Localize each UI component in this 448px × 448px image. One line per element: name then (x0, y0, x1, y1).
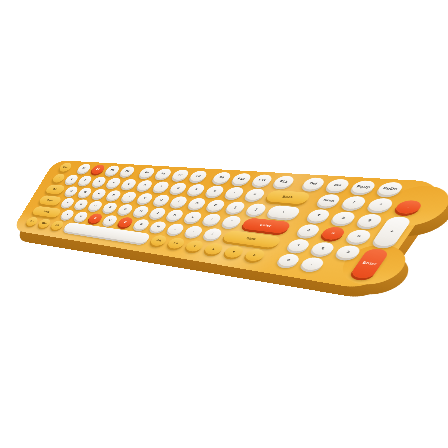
key-legend: [ (234, 206, 237, 209)
key-p: P (205, 199, 227, 211)
key-legend: PgUp (355, 185, 370, 189)
key-legend: Back (281, 195, 293, 199)
key-np-2: 2 (309, 241, 337, 256)
key-legend: S (80, 203, 83, 205)
key-legend: ▴ (212, 247, 216, 250)
key-legend: I (178, 200, 181, 203)
key-legend: F5 (144, 171, 149, 174)
key-1: 1 (64, 174, 80, 184)
key-legend: ] (255, 208, 258, 211)
key-legend: 7 (316, 214, 321, 217)
key-np-7: 7 (305, 209, 332, 223)
key-2: 2 (77, 175, 94, 185)
key-equals: = (243, 188, 267, 200)
key-legend: T (127, 195, 130, 198)
key-6: 6 (135, 180, 154, 191)
key-legend: / (211, 233, 214, 236)
key-alt-right: Alt (149, 234, 169, 246)
key-legend: 9 (194, 188, 198, 191)
key-legend: Num (322, 199, 335, 203)
key-w: W (77, 187, 94, 197)
key-q: Q (63, 186, 79, 196)
key-minus: - (223, 187, 246, 199)
key-legend: P (214, 204, 218, 207)
key-legend: F10 (237, 177, 245, 180)
key-legend: J (156, 212, 159, 215)
key-f12: F12 (271, 175, 296, 188)
key-legend: F (108, 206, 111, 209)
key-g: G (116, 204, 134, 215)
key-legend: 8 (341, 216, 346, 219)
key-legend: 3 (346, 250, 351, 253)
key-5: 5 (120, 179, 138, 190)
key-f1: F1 (76, 164, 92, 174)
key-legend: 5 (127, 183, 130, 185)
key-legend: B (124, 221, 128, 224)
key-legend: Del (309, 182, 318, 185)
key-legend: * (378, 203, 382, 206)
key-n: N (132, 219, 151, 231)
key-np-6: 6 (344, 229, 374, 244)
key-semicolon: ; (201, 213, 223, 225)
key-f3: F3 (104, 165, 122, 175)
key-quote: ' (220, 215, 243, 228)
key-legend: - (406, 205, 410, 208)
key-legend: L (191, 216, 195, 219)
key-legend: F6 (161, 172, 166, 175)
key-legend: ▸ (253, 253, 257, 256)
key-shift: Shift (31, 206, 62, 218)
key-legend: 7 (159, 185, 162, 188)
key-legend: 0 (286, 258, 290, 261)
key-legend: 4 (306, 229, 311, 232)
key-arrow-down: ▾ (222, 245, 246, 259)
key-legend: F1 (82, 167, 86, 169)
key-legend: PgDn (382, 187, 398, 191)
key-f10: F10 (230, 173, 253, 185)
key-legend: Tab (52, 188, 58, 191)
key-legend: Q (70, 190, 73, 192)
key-y: Y (135, 193, 154, 204)
key-legend: 0 (213, 190, 217, 193)
key-legend: A (66, 201, 69, 203)
key-legend: , (174, 228, 177, 231)
key-u: U (152, 194, 172, 205)
key-legend: N (140, 223, 144, 226)
key-legend: U (160, 199, 164, 202)
key-legend: 6 (356, 235, 361, 238)
key-legend: \ (282, 211, 285, 214)
key-f: F (101, 202, 119, 213)
key-legend: H (139, 210, 143, 213)
key-grave: ` (51, 173, 67, 183)
key-legend: Caps (46, 199, 53, 202)
key-legend: 9 (367, 219, 372, 222)
key-legend: F9 (219, 176, 225, 179)
key-legend: . (192, 230, 195, 233)
key-np-dot: . (299, 256, 327, 271)
key-8: 8 (168, 182, 188, 193)
key-legend: 1 (296, 244, 300, 247)
key-a: A (60, 197, 76, 207)
key-np-slash: / (340, 196, 369, 210)
key-legend: Alt (55, 224, 60, 227)
key-f4: F4 (118, 166, 136, 176)
key-legend: Ins (333, 184, 342, 187)
key-legend: 2 (84, 179, 87, 181)
key-shift-right: Shift (221, 230, 283, 248)
key-f9: F9 (211, 172, 233, 184)
key-np-9: 9 (355, 213, 385, 228)
key-fn: Fn (166, 237, 187, 249)
key-legend: ' (230, 220, 233, 223)
key-m: M (148, 221, 168, 233)
key-legend: R (112, 194, 116, 197)
key-legend: Alt (155, 239, 161, 242)
key-legend: ▾ (232, 250, 236, 253)
key-h: H (132, 205, 151, 216)
key-e: E (91, 189, 108, 199)
key-arrow-left: ◂ (184, 240, 206, 253)
key-tab: Tab (44, 184, 66, 194)
key-legend: Win (41, 222, 47, 225)
key-x: X (73, 211, 90, 222)
key-legend: 5 (331, 232, 336, 235)
key-legend: F2 (96, 168, 101, 170)
key-3: 3 (91, 176, 108, 186)
key-f8: F8 (188, 170, 209, 181)
key-alt: Alt (49, 220, 65, 230)
key-arrow-right: ▸ (243, 248, 268, 262)
key-legend: . (311, 262, 314, 265)
key-9: 9 (186, 184, 207, 196)
key-l: L (182, 211, 203, 223)
key-r: R (105, 190, 123, 201)
key-legend: Shift (245, 237, 256, 241)
key-bracket-left: [ (224, 201, 247, 214)
key-legend: M (156, 225, 160, 228)
key-legend: Shift (43, 210, 50, 213)
key-comma: , (165, 223, 186, 235)
key-legend: G (123, 208, 127, 211)
key-esc: Esc (58, 163, 74, 172)
key-legend: F3 (110, 169, 115, 171)
key-f5: F5 (137, 167, 156, 178)
key-legend: 6 (143, 184, 146, 187)
key-np-4: 4 (295, 223, 322, 237)
key-legend: / (352, 201, 355, 204)
key-np-0: 0 (275, 253, 301, 268)
key-legend: = (253, 193, 257, 196)
key-np-1: 1 (285, 238, 312, 252)
key-v: V (101, 215, 119, 226)
key-legend: C (94, 217, 97, 220)
key-legend: D (94, 204, 97, 206)
key-f11: F11 (250, 174, 274, 186)
key-z: Z (59, 209, 75, 219)
key-legend: Fn (173, 242, 179, 245)
key-legend: ; (210, 218, 213, 221)
key-backslash: \ (265, 205, 302, 219)
key-ins: Ins (324, 179, 352, 192)
key-legend: Enter (259, 223, 272, 227)
key-t: T (120, 191, 138, 202)
key-legend: Z (66, 213, 69, 215)
key-np-5: 5 (319, 226, 347, 240)
key-legend: W (83, 191, 87, 193)
key-7: 7 (151, 181, 171, 192)
key-caps: Caps (38, 195, 63, 206)
key-legend: + (389, 230, 394, 233)
key-legend: 8 (177, 187, 180, 190)
key-legend: 2 (320, 247, 325, 250)
key-f6: F6 (153, 168, 173, 179)
key-f7: F7 (170, 169, 190, 180)
key-legend: F11 (258, 179, 267, 182)
key-del: Del (300, 177, 327, 190)
key-legend: E (97, 192, 100, 194)
key-s: S (73, 199, 90, 209)
key-legend: K (173, 214, 177, 217)
key-legend: ◂ (193, 245, 197, 248)
key-win: Win (37, 218, 52, 228)
key-arrow-up: ▴ (202, 242, 225, 255)
key-legend: Y (143, 197, 147, 200)
key-legend: F12 (279, 180, 288, 183)
key-numlock: Num (315, 194, 343, 208)
key-back: Back (264, 190, 312, 205)
product-photo-stage: EscF1F2F3F4F5F6F7F8F9F10F11F12DelInsPgUp… (0, 0, 448, 448)
key-o: O (186, 198, 207, 210)
key-legend: Esc (63, 166, 69, 168)
key-c: C (87, 213, 104, 224)
key-j: J (148, 207, 168, 219)
key-np-8: 8 (329, 211, 358, 225)
key-d: D (87, 200, 104, 211)
key-i: I (169, 196, 190, 208)
key-pgup: PgUp (349, 180, 378, 194)
key-legend: F7 (178, 173, 184, 176)
key-legend: Ctrl (29, 220, 34, 223)
key-legend: V (108, 219, 111, 222)
key-legend: F8 (195, 175, 201, 178)
key-legend: 3 (98, 180, 101, 182)
key-legend: - (233, 191, 236, 194)
key-legend: 4 (112, 181, 115, 183)
key-f2: F2 (89, 164, 106, 174)
key-legend: F4 (125, 170, 130, 173)
key-legend: 1 (70, 178, 73, 180)
key-legend: Enter (362, 261, 378, 266)
key-b: B (116, 217, 135, 228)
key-slash: / (202, 228, 225, 241)
key-period: . (183, 225, 205, 237)
key-enter: Enter (240, 217, 292, 234)
key-0: 0 (204, 185, 226, 197)
key-legend: X (80, 215, 83, 217)
key-k: K (165, 209, 186, 221)
key-legend: ` (58, 177, 60, 179)
key-legend: O (195, 202, 199, 205)
key-4: 4 (105, 178, 123, 188)
key-bracket-right: ] (244, 203, 268, 216)
